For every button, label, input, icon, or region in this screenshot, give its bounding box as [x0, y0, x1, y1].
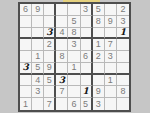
cell-r1c3[interactable] — [44, 4, 56, 16]
cell-r6c9[interactable] — [117, 63, 129, 75]
cell-r7c9[interactable] — [117, 75, 129, 87]
cell-r8c2[interactable]: 3 — [32, 86, 44, 98]
cell-r5c8[interactable]: 3 — [105, 51, 117, 63]
cell-r5c6[interactable]: 6 — [81, 51, 93, 63]
cell-r3c1[interactable] — [20, 28, 32, 40]
cell-r5c9[interactable] — [117, 51, 129, 63]
cell-r5c1[interactable] — [20, 51, 32, 63]
cell-r4c7[interactable]: 1 — [93, 39, 105, 51]
cell-r4c1[interactable] — [20, 39, 32, 51]
cell-r7c2[interactable]: 4 — [32, 75, 44, 87]
cell-r7c7[interactable] — [93, 75, 105, 87]
cell-r4c9[interactable] — [117, 39, 129, 51]
cell-r4c5[interactable]: 3 — [68, 39, 80, 51]
cell-r3c3[interactable]: 3 — [44, 28, 56, 40]
cell-r7c6[interactable] — [81, 75, 93, 87]
cell-r1c8[interactable] — [105, 4, 117, 16]
cell-r2c4[interactable] — [56, 16, 68, 28]
cell-r8c3[interactable] — [44, 86, 56, 98]
cell-r8c5[interactable] — [68, 86, 80, 98]
cell-r3c7[interactable] — [93, 28, 105, 40]
cell-r3c6[interactable] — [81, 28, 93, 40]
cell-r4c3[interactable]: 2 — [44, 39, 56, 51]
cell-r1c9[interactable]: 2 — [117, 4, 129, 16]
sudoku-board: 6935258933481231718623359145313719817653 — [18, 2, 131, 112]
cell-r5c4[interactable]: 8 — [56, 51, 68, 63]
cell-r2c1[interactable] — [20, 16, 32, 28]
cell-r9c4[interactable] — [56, 98, 68, 110]
cell-r3c5[interactable]: 8 — [68, 28, 80, 40]
cell-r5c7[interactable]: 2 — [93, 51, 105, 63]
cell-r6c8[interactable] — [105, 63, 117, 75]
cell-r1c1[interactable]: 6 — [20, 4, 32, 16]
cell-r9c6[interactable]: 5 — [81, 98, 93, 110]
cell-r5c3[interactable] — [44, 51, 56, 63]
cell-r1c2[interactable]: 9 — [32, 4, 44, 16]
cell-r7c5[interactable] — [68, 75, 80, 87]
cell-r1c5[interactable] — [68, 4, 80, 16]
cell-r9c8[interactable] — [105, 98, 117, 110]
cell-r2c3[interactable] — [44, 16, 56, 28]
cell-r5c5[interactable] — [68, 51, 80, 63]
cell-r1c7[interactable]: 5 — [93, 4, 105, 16]
cell-r3c9[interactable]: 1 — [117, 28, 129, 40]
cell-r2c2[interactable] — [32, 16, 44, 28]
cell-r2c7[interactable]: 8 — [93, 16, 105, 28]
cell-r2c8[interactable]: 9 — [105, 16, 117, 28]
cell-r9c5[interactable]: 6 — [68, 98, 80, 110]
cell-r7c8[interactable]: 1 — [105, 75, 117, 87]
cell-r8c4[interactable]: 7 — [56, 86, 68, 98]
cell-r3c2[interactable] — [32, 28, 44, 40]
cell-r9c9[interactable] — [117, 98, 129, 110]
cell-r7c3[interactable]: 5 — [44, 75, 56, 87]
cell-r6c4[interactable] — [56, 63, 68, 75]
cell-r8c1[interactable] — [20, 86, 32, 98]
cell-r5c2[interactable]: 1 — [32, 51, 44, 63]
cell-r3c8[interactable] — [105, 28, 117, 40]
cell-r4c2[interactable] — [32, 39, 44, 51]
cell-r2c5[interactable]: 5 — [68, 16, 80, 28]
cell-r4c4[interactable] — [56, 39, 68, 51]
cell-r7c1[interactable] — [20, 75, 32, 87]
cell-r4c6[interactable] — [81, 39, 93, 51]
cell-r6c7[interactable] — [93, 63, 105, 75]
cell-r2c6[interactable] — [81, 16, 93, 28]
cell-r9c7[interactable]: 3 — [93, 98, 105, 110]
cell-r9c2[interactable] — [32, 98, 44, 110]
cell-r3c4[interactable]: 4 — [56, 28, 68, 40]
cell-r8c6[interactable]: 1 — [81, 86, 93, 98]
cell-r8c7[interactable]: 9 — [93, 86, 105, 98]
cell-r6c5[interactable]: 1 — [68, 63, 80, 75]
cell-r9c3[interactable]: 7 — [44, 98, 56, 110]
cell-r6c2[interactable]: 5 — [32, 63, 44, 75]
cell-r1c4[interactable] — [56, 4, 68, 16]
cell-r9c1[interactable]: 1 — [20, 98, 32, 110]
cell-r8c8[interactable] — [105, 86, 117, 98]
cell-r4c8[interactable]: 7 — [105, 39, 117, 51]
cell-r6c6[interactable] — [81, 63, 93, 75]
cell-r8c9[interactable]: 8 — [117, 86, 129, 98]
cell-r2c9[interactable]: 3 — [117, 16, 129, 28]
cell-r6c3[interactable]: 9 — [44, 63, 56, 75]
cell-r1c6[interactable]: 3 — [81, 4, 93, 16]
desktop-background: 6935258933481231718623359145313719817653 — [0, 0, 150, 113]
cell-r7c4[interactable]: 3 — [56, 75, 68, 87]
cell-r6c1[interactable]: 3 — [20, 63, 32, 75]
